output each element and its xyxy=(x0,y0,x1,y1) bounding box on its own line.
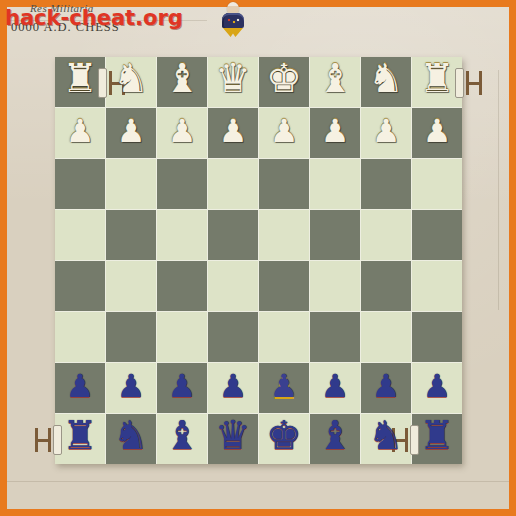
piece-bottom-pawn-c2[interactable]: ♟ xyxy=(168,370,197,402)
square-g8[interactable]: ♞ xyxy=(361,57,411,107)
piece-bottom-pawn-d2[interactable]: ♟ xyxy=(219,370,248,402)
square-g5[interactable] xyxy=(361,210,411,260)
square-d6[interactable] xyxy=(208,159,258,209)
piece-bottom-pawn-f2[interactable]: ♟ xyxy=(321,370,350,402)
watermark-text: hack-cheat.org xyxy=(5,6,183,30)
piece-top-queen-d8[interactable]: ♛ xyxy=(215,58,251,98)
square-c2[interactable]: ♟ xyxy=(157,363,207,413)
square-b8[interactable]: ♞ xyxy=(106,57,156,107)
square-b1[interactable]: ♞ xyxy=(106,414,156,464)
square-b6[interactable] xyxy=(106,159,156,209)
cannon-barrel xyxy=(455,68,464,98)
square-e4[interactable] xyxy=(259,261,309,311)
avatar-gold-base xyxy=(223,28,243,37)
player-avatar xyxy=(218,2,248,37)
cannon-wheels xyxy=(35,428,51,452)
square-g1[interactable]: ♞ xyxy=(361,414,411,464)
square-f7[interactable]: ♟ xyxy=(310,108,360,158)
piece-bottom-knight-b1[interactable]: ♞ xyxy=(113,415,149,455)
cannon-icon xyxy=(455,66,477,99)
square-h1[interactable]: ♜ xyxy=(412,414,462,464)
piece-bottom-queen-d1[interactable]: ♛ xyxy=(215,415,251,455)
square-e8[interactable]: ♚ xyxy=(259,57,309,107)
square-a7[interactable]: ♟ xyxy=(55,108,105,158)
square-d8[interactable]: ♛ xyxy=(208,57,258,107)
piece-top-knight-b8[interactable]: ♞ xyxy=(113,58,149,98)
piece-top-rook-a8[interactable]: ♜ xyxy=(62,58,98,98)
square-c5[interactable] xyxy=(157,210,207,260)
piece-top-pawn-h7[interactable]: ♟ xyxy=(423,115,452,147)
piece-top-rook-h8[interactable]: ♜ xyxy=(419,58,455,98)
square-f1[interactable]: ♝ xyxy=(310,414,360,464)
piece-top-bishop-c8[interactable]: ♝ xyxy=(164,58,200,98)
square-a1[interactable]: ♜ xyxy=(55,414,105,464)
square-c7[interactable]: ♟ xyxy=(157,108,207,158)
cannon-barrel xyxy=(410,425,419,455)
square-f4[interactable] xyxy=(310,261,360,311)
piece-top-pawn-g7[interactable]: ♟ xyxy=(372,115,401,147)
square-e6[interactable] xyxy=(259,159,309,209)
wall-seam xyxy=(7,481,509,482)
cannon-wheels xyxy=(466,71,482,95)
piece-bottom-bishop-f1[interactable]: ♝ xyxy=(317,415,353,455)
square-c8[interactable]: ♝ xyxy=(157,57,207,107)
square-a2[interactable]: ♟ xyxy=(55,363,105,413)
square-h8[interactable]: ♜ xyxy=(412,57,462,107)
piece-top-pawn-f7[interactable]: ♟ xyxy=(321,115,350,147)
square-a8[interactable]: ♜ xyxy=(55,57,105,107)
piece-top-pawn-b7[interactable]: ♟ xyxy=(117,115,146,147)
square-g7[interactable]: ♟ xyxy=(361,108,411,158)
cannon-icon xyxy=(40,423,62,456)
piece-bottom-king-e1[interactable]: ♚ xyxy=(266,415,302,455)
square-e2[interactable]: ♟ xyxy=(259,363,309,413)
piece-top-pawn-a7[interactable]: ♟ xyxy=(66,115,95,147)
piece-bottom-rook-h1[interactable]: ♜ xyxy=(419,415,455,455)
square-g4[interactable] xyxy=(361,261,411,311)
piece-top-knight-g8[interactable]: ♞ xyxy=(368,58,404,98)
square-h7[interactable]: ♟ xyxy=(412,108,462,158)
square-b2[interactable]: ♟ xyxy=(106,363,156,413)
piece-bottom-rook-a1[interactable]: ♜ xyxy=(62,415,98,455)
app-window: Res Militaria hack-cheat.org 0000 A.D. C… xyxy=(0,0,516,516)
square-d7[interactable]: ♟ xyxy=(208,108,258,158)
piece-top-pawn-c7[interactable]: ♟ xyxy=(168,115,197,147)
square-g2[interactable]: ♟ xyxy=(361,363,411,413)
square-a5[interactable] xyxy=(55,210,105,260)
wall-seam xyxy=(498,70,499,310)
square-b5[interactable] xyxy=(106,210,156,260)
square-f3[interactable] xyxy=(310,312,360,362)
piece-bottom-bishop-c1[interactable]: ♝ xyxy=(164,415,200,455)
piece-bottom-knight-g1[interactable]: ♞ xyxy=(368,415,404,455)
square-h6[interactable] xyxy=(412,159,462,209)
square-a6[interactable] xyxy=(55,159,105,209)
square-a4[interactable] xyxy=(55,261,105,311)
square-e5[interactable] xyxy=(259,210,309,260)
square-e3[interactable] xyxy=(259,312,309,362)
square-c1[interactable]: ♝ xyxy=(157,414,207,464)
square-f2[interactable]: ♟ xyxy=(310,363,360,413)
piece-bottom-pawn-b2[interactable]: ♟ xyxy=(117,370,146,402)
cannon-barrel xyxy=(53,425,62,455)
piece-bottom-pawn-h2[interactable]: ♟ xyxy=(423,370,452,402)
square-h3[interactable] xyxy=(412,312,462,362)
avatar-medals xyxy=(226,18,241,26)
square-e1[interactable]: ♚ xyxy=(259,414,309,464)
piece-top-pawn-d7[interactable]: ♟ xyxy=(219,115,248,147)
square-d2[interactable]: ♟ xyxy=(208,363,258,413)
square-e7[interactable]: ♟ xyxy=(259,108,309,158)
square-f6[interactable] xyxy=(310,159,360,209)
square-c4[interactable] xyxy=(157,261,207,311)
piece-top-pawn-e7[interactable]: ♟ xyxy=(270,115,299,147)
piece-bottom-pawn-a2[interactable]: ♟ xyxy=(66,370,95,402)
square-b4[interactable] xyxy=(106,261,156,311)
square-g6[interactable] xyxy=(361,159,411,209)
square-b7[interactable]: ♟ xyxy=(106,108,156,158)
piece-top-bishop-f8[interactable]: ♝ xyxy=(317,58,353,98)
square-f5[interactable] xyxy=(310,210,360,260)
square-h4[interactable] xyxy=(412,261,462,311)
square-c6[interactable] xyxy=(157,159,207,209)
square-d1[interactable]: ♛ xyxy=(208,414,258,464)
square-f8[interactable]: ♝ xyxy=(310,57,360,107)
square-h2[interactable]: ♟ xyxy=(412,363,462,413)
chess-board: ♜♞♝♛♚♝♞♜♟♟♟♟♟♟♟♟♟♟♟♟♟♟♟♟♜♞♝♛♚♝♞♜ xyxy=(55,57,462,464)
square-c3[interactable] xyxy=(157,312,207,362)
piece-bottom-pawn-e2[interactable]: ♟ xyxy=(270,370,299,402)
piece-top-king-e8[interactable]: ♚ xyxy=(266,58,302,98)
square-h5[interactable] xyxy=(412,210,462,260)
square-d4[interactable] xyxy=(208,261,258,311)
square-d3[interactable] xyxy=(208,312,258,362)
square-d5[interactable] xyxy=(208,210,258,260)
square-a3[interactable] xyxy=(55,312,105,362)
piece-bottom-pawn-g2[interactable]: ♟ xyxy=(372,370,401,402)
square-b3[interactable] xyxy=(106,312,156,362)
square-g3[interactable] xyxy=(361,312,411,362)
cannon-barrel xyxy=(98,68,107,98)
